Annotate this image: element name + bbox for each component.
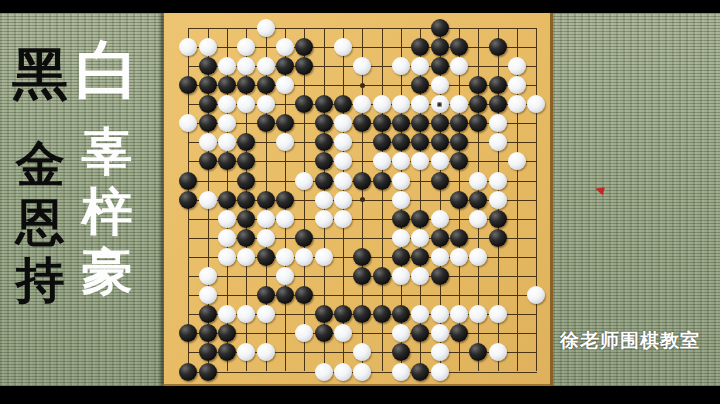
black-stone <box>199 76 217 94</box>
white-stone <box>315 248 333 266</box>
white-stone <box>411 305 429 323</box>
white-stone <box>431 343 449 361</box>
black-stone <box>392 343 410 361</box>
white-stone <box>411 229 429 247</box>
white-stone <box>237 38 255 56</box>
white-stone <box>489 114 507 132</box>
black-stone <box>469 95 487 113</box>
white-label: 白 <box>75 38 139 102</box>
white-stone <box>295 324 313 342</box>
black-stone <box>179 363 197 381</box>
black-stone <box>373 267 391 285</box>
white-stone <box>489 133 507 151</box>
white-stone <box>237 305 255 323</box>
white-stone <box>218 229 236 247</box>
black-name-char-2: 恩 <box>16 198 65 247</box>
black-stone <box>431 114 449 132</box>
black-stone <box>199 343 217 361</box>
white-stone <box>450 248 468 266</box>
black-stone <box>218 191 236 209</box>
white-stone <box>218 210 236 228</box>
white-name-char-3: 豪 <box>82 246 133 297</box>
white-stone <box>411 95 429 113</box>
white-stone <box>199 267 217 285</box>
white-stone <box>431 210 449 228</box>
white-stone <box>257 305 275 323</box>
white-stone <box>199 191 217 209</box>
white-stone <box>353 57 371 75</box>
white-stone <box>257 343 275 361</box>
black-stone <box>373 172 391 190</box>
black-stone <box>237 172 255 190</box>
black-stone <box>276 191 294 209</box>
white-stone <box>315 210 333 228</box>
white-stone <box>257 19 275 37</box>
black-stone <box>431 57 449 75</box>
black-stone <box>450 38 468 56</box>
white-stone <box>257 210 275 228</box>
white-stone <box>527 286 545 304</box>
black-name-char-3: 持 <box>16 256 65 305</box>
black-stone <box>411 363 429 381</box>
black-name-char-1: 金 <box>16 140 65 189</box>
white-stone <box>431 305 449 323</box>
white-stone <box>373 152 391 170</box>
black-stone <box>373 305 391 323</box>
black-stone <box>276 286 294 304</box>
black-stone <box>257 286 275 304</box>
black-stone <box>353 267 371 285</box>
black-stone <box>431 229 449 247</box>
black-stone <box>450 229 468 247</box>
video-frame: 黑 金 恩 持 白 辜 梓 豪 徐老师围棋教室 <box>0 0 720 404</box>
black-stone <box>276 114 294 132</box>
black-stone <box>489 229 507 247</box>
black-stone <box>450 133 468 151</box>
white-stone <box>334 38 352 56</box>
white-stone <box>392 363 410 381</box>
white-player-caption: 白 辜 梓 豪 <box>74 38 140 306</box>
white-stone <box>353 95 371 113</box>
white-stone <box>392 267 410 285</box>
white-stone <box>431 76 449 94</box>
white-stone <box>489 172 507 190</box>
star-point <box>360 197 365 202</box>
black-stone <box>315 95 333 113</box>
last-move-marker <box>437 102 442 107</box>
black-stone <box>199 95 217 113</box>
black-stone <box>179 76 197 94</box>
white-stone <box>431 152 449 170</box>
white-stone <box>334 191 352 209</box>
black-player-caption: 黑 金 恩 持 <box>12 46 68 314</box>
channel-watermark: 徐老师围棋教室 <box>560 328 718 354</box>
white-stone <box>334 363 352 381</box>
white-stone <box>276 210 294 228</box>
black-label: 黑 <box>12 46 68 102</box>
white-stone <box>334 172 352 190</box>
black-stone <box>411 114 429 132</box>
white-stone <box>353 343 371 361</box>
white-stone <box>315 191 333 209</box>
black-stone <box>353 305 371 323</box>
black-stone <box>315 114 333 132</box>
white-stone <box>295 248 313 266</box>
white-name-char-1: 辜 <box>82 126 133 177</box>
grid-line-horizontal <box>188 333 537 334</box>
white-stone <box>392 152 410 170</box>
black-stone <box>315 324 333 342</box>
white-stone <box>431 248 449 266</box>
white-stone <box>257 95 275 113</box>
black-stone <box>392 305 410 323</box>
grid-line-horizontal <box>188 295 537 296</box>
white-stone <box>257 229 275 247</box>
letterbox-top <box>0 0 720 13</box>
white-stone <box>392 95 410 113</box>
black-stone <box>218 343 236 361</box>
black-stone <box>237 152 255 170</box>
white-stone <box>392 57 410 75</box>
white-stone <box>237 248 255 266</box>
black-stone <box>315 172 333 190</box>
white-stone <box>218 305 236 323</box>
white-stone <box>508 95 526 113</box>
black-stone <box>237 76 255 94</box>
black-stone <box>218 324 236 342</box>
white-stone <box>218 248 236 266</box>
black-stone <box>295 229 313 247</box>
black-stone <box>489 76 507 94</box>
black-stone <box>431 38 449 56</box>
white-stone <box>469 172 487 190</box>
black-stone <box>295 95 313 113</box>
black-stone <box>353 248 371 266</box>
black-stone <box>237 210 255 228</box>
white-stone <box>276 133 294 151</box>
white-stone <box>276 38 294 56</box>
white-stone <box>411 57 429 75</box>
black-stone <box>411 210 429 228</box>
black-stone <box>411 76 429 94</box>
black-stone <box>179 324 197 342</box>
black-stone <box>450 152 468 170</box>
black-stone <box>218 152 236 170</box>
white-stone <box>489 343 507 361</box>
white-stone <box>334 114 352 132</box>
white-stone <box>527 95 545 113</box>
white-name-char-2: 梓 <box>82 186 133 237</box>
white-stone <box>199 133 217 151</box>
black-stone <box>199 324 217 342</box>
white-stone <box>315 363 333 381</box>
white-stone <box>392 191 410 209</box>
black-stone <box>353 114 371 132</box>
black-stone <box>431 267 449 285</box>
white-stone <box>237 57 255 75</box>
black-stone <box>334 305 352 323</box>
black-stone <box>411 133 429 151</box>
white-stone <box>218 114 236 132</box>
black-stone <box>392 133 410 151</box>
go-board <box>164 13 553 386</box>
black-stone <box>179 191 197 209</box>
black-stone <box>353 172 371 190</box>
black-stone <box>489 95 507 113</box>
black-stone <box>450 324 468 342</box>
black-stone <box>179 172 197 190</box>
white-stone <box>276 267 294 285</box>
black-stone <box>469 343 487 361</box>
black-stone <box>315 152 333 170</box>
black-stone <box>276 57 294 75</box>
black-stone <box>295 57 313 75</box>
white-stone <box>334 210 352 228</box>
white-stone <box>276 76 294 94</box>
black-stone <box>431 172 449 190</box>
white-stone <box>237 343 255 361</box>
letterbox-bottom <box>0 386 720 404</box>
black-stone <box>315 133 333 151</box>
white-stone <box>218 95 236 113</box>
white-stone <box>373 95 391 113</box>
black-stone <box>295 286 313 304</box>
black-stone <box>237 191 255 209</box>
white-stone <box>431 324 449 342</box>
white-stone <box>218 57 236 75</box>
white-stone <box>469 210 487 228</box>
white-stone <box>334 152 352 170</box>
black-stone <box>373 133 391 151</box>
white-stone <box>334 324 352 342</box>
white-stone <box>508 76 526 94</box>
white-stone <box>450 305 468 323</box>
white-stone <box>257 57 275 75</box>
black-stone <box>489 210 507 228</box>
black-stone <box>392 210 410 228</box>
black-stone <box>199 114 217 132</box>
black-stone <box>431 133 449 151</box>
black-stone <box>257 191 275 209</box>
white-stone <box>295 172 313 190</box>
black-stone <box>392 248 410 266</box>
white-stone <box>508 57 526 75</box>
white-stone <box>469 305 487 323</box>
white-stone <box>353 363 371 381</box>
black-stone <box>411 324 429 342</box>
black-stone <box>315 305 333 323</box>
white-stone <box>411 267 429 285</box>
white-stone <box>469 248 487 266</box>
black-stone <box>469 76 487 94</box>
black-stone <box>257 114 275 132</box>
black-stone <box>469 114 487 132</box>
black-stone <box>450 191 468 209</box>
black-stone <box>469 191 487 209</box>
white-stone <box>392 229 410 247</box>
black-stone <box>392 114 410 132</box>
black-stone <box>199 152 217 170</box>
black-stone <box>411 38 429 56</box>
black-stone <box>199 57 217 75</box>
white-stone <box>276 248 294 266</box>
white-stone <box>179 114 197 132</box>
white-stone <box>431 363 449 381</box>
white-stone <box>411 152 429 170</box>
white-stone <box>218 133 236 151</box>
white-stone <box>199 38 217 56</box>
white-stone <box>450 95 468 113</box>
black-stone <box>489 38 507 56</box>
black-stone <box>257 248 275 266</box>
white-stone <box>334 133 352 151</box>
black-stone <box>218 76 236 94</box>
white-stone <box>392 172 410 190</box>
black-stone <box>237 133 255 151</box>
black-stone <box>199 363 217 381</box>
white-stone <box>199 286 217 304</box>
white-stone <box>489 191 507 209</box>
black-stone <box>334 95 352 113</box>
white-stone <box>392 324 410 342</box>
black-stone <box>411 248 429 266</box>
white-stone <box>450 57 468 75</box>
white-stone <box>237 95 255 113</box>
black-stone <box>237 229 255 247</box>
black-stone <box>257 76 275 94</box>
black-stone <box>431 19 449 37</box>
star-point <box>360 83 365 88</box>
black-stone <box>450 114 468 132</box>
white-stone <box>508 152 526 170</box>
black-stone <box>199 305 217 323</box>
black-stone <box>295 38 313 56</box>
white-stone <box>179 38 197 56</box>
grid-line-vertical <box>536 28 537 372</box>
black-stone <box>373 114 391 132</box>
white-stone <box>489 305 507 323</box>
